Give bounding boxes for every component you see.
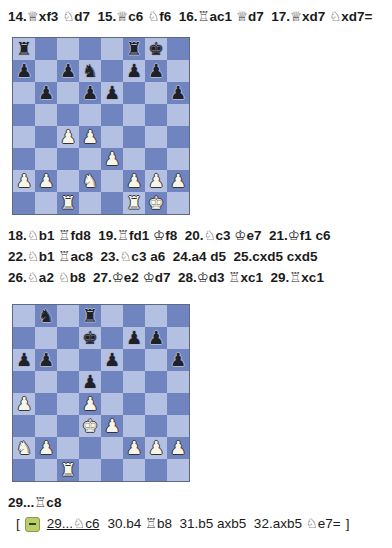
square-b1 xyxy=(35,192,57,214)
bracket-open: [ xyxy=(16,513,20,535)
square-f6 xyxy=(123,349,145,371)
square-g1: ♚ xyxy=(145,192,167,214)
square-f8: ♜ xyxy=(123,38,145,60)
white-pawn: ♟ xyxy=(104,417,120,435)
square-g3 xyxy=(145,415,167,437)
square-d6: ♟ xyxy=(79,82,101,104)
square-e8 xyxy=(101,305,123,327)
black-pawn: ♟ xyxy=(170,351,186,369)
square-c4 xyxy=(57,393,79,415)
square-c8 xyxy=(57,38,79,60)
square-g4 xyxy=(145,393,167,415)
moves-block-middle: 18.♘b1 ♖fd8 19.♖fd1 ♔f8 20.♘c3 ♔e7 21.♔f… xyxy=(8,225,386,288)
moves-line-top[interactable]: 14.♕xf3 ♘d7 15.♕c6 ♘f6 16.♖ac1 ♕d7 17.♕x… xyxy=(8,6,386,27)
square-d3: ♚ xyxy=(79,415,101,437)
square-h8 xyxy=(167,305,189,327)
square-b5 xyxy=(35,371,57,393)
square-e7 xyxy=(101,60,123,82)
square-a5 xyxy=(13,104,35,126)
square-b2: ♟ xyxy=(35,170,57,192)
square-g8: ♚ xyxy=(145,38,167,60)
equal-eval-icon[interactable] xyxy=(25,517,40,532)
square-a1 xyxy=(13,459,35,481)
square-a3 xyxy=(13,148,35,170)
white-knight: ♞ xyxy=(16,439,32,457)
square-b6: ♟ xyxy=(35,349,57,371)
square-h2: ♟ xyxy=(167,170,189,192)
square-c8 xyxy=(57,305,79,327)
square-f2: ♟ xyxy=(123,170,145,192)
chess-board-2: ♞♜♚♟♟♟♟♟♟♟♟♟♚♟♞♟♟♟♟♜ xyxy=(12,304,190,482)
square-d3 xyxy=(79,148,101,170)
square-f3 xyxy=(123,148,145,170)
square-e6: ♟ xyxy=(101,82,123,104)
square-g6 xyxy=(145,349,167,371)
square-e8 xyxy=(101,38,123,60)
square-e6: ♟ xyxy=(101,349,123,371)
square-b8: ♞ xyxy=(35,305,57,327)
white-pawn: ♟ xyxy=(38,172,54,190)
square-d8 xyxy=(79,38,101,60)
square-h7 xyxy=(167,327,189,349)
variation-link[interactable]: 29...♘c6 xyxy=(47,513,100,535)
notation-page: 14.♕xf3 ♘d7 15.♕c6 ♘f6 16.♖ac1 ♕d7 17.♕x… xyxy=(0,0,392,535)
square-c3 xyxy=(57,148,79,170)
black-king: ♚ xyxy=(148,40,164,58)
square-d6 xyxy=(79,349,101,371)
variation-moves[interactable]: 30.b4 ♖b8 31.b5 axb5 32.axb5 ♘e7= xyxy=(107,513,340,535)
square-h6: ♟ xyxy=(167,82,189,104)
white-pawn: ♟ xyxy=(126,172,142,190)
square-f7: ♟ xyxy=(123,60,145,82)
square-e5 xyxy=(101,104,123,126)
square-f5 xyxy=(123,104,145,126)
square-h3 xyxy=(167,415,189,437)
square-e2 xyxy=(101,437,123,459)
square-d1 xyxy=(79,192,101,214)
square-h7 xyxy=(167,60,189,82)
white-pawn: ♟ xyxy=(170,439,186,457)
square-c3 xyxy=(57,415,79,437)
square-e7 xyxy=(101,327,123,349)
white-pawn: ♟ xyxy=(82,395,98,413)
square-c1: ♜ xyxy=(57,459,79,481)
black-pawn: ♟ xyxy=(60,62,76,80)
square-f7: ♟ xyxy=(123,327,145,349)
square-c5 xyxy=(57,371,79,393)
square-d7: ♚ xyxy=(79,327,101,349)
black-pawn: ♟ xyxy=(16,351,32,369)
square-b1 xyxy=(35,459,57,481)
square-a6: ♟ xyxy=(13,349,35,371)
square-b5 xyxy=(35,104,57,126)
square-e3: ♟ xyxy=(101,148,123,170)
square-h2: ♟ xyxy=(167,437,189,459)
black-pawn: ♟ xyxy=(148,329,164,347)
black-knight: ♞ xyxy=(82,62,98,80)
moves-line-29-black[interactable]: 29...♖c8 xyxy=(8,492,386,513)
square-b3 xyxy=(35,148,57,170)
minus-glyph xyxy=(29,523,36,525)
square-c6 xyxy=(57,82,79,104)
square-g5 xyxy=(145,371,167,393)
moves-line-18-21[interactable]: 18.♘b1 ♖fd8 19.♖fd1 ♔f8 20.♘c3 ♔e7 21.♔f… xyxy=(8,225,386,246)
square-a8: ♜ xyxy=(13,38,35,60)
square-h1 xyxy=(167,192,189,214)
white-king: ♚ xyxy=(148,194,164,212)
white-rook: ♜ xyxy=(60,194,76,212)
bracket-close: ] xyxy=(346,513,350,535)
white-knight: ♞ xyxy=(82,172,98,190)
square-e3: ♟ xyxy=(101,415,123,437)
square-h4 xyxy=(167,126,189,148)
chess-board-1: ♜♜♚♟♟♞♟♟♟♟♟♟♟♟♟♟♟♞♟♟♟♜♜♚ xyxy=(12,37,190,215)
square-h5 xyxy=(167,104,189,126)
square-f5 xyxy=(123,371,145,393)
square-b7 xyxy=(35,60,57,82)
square-d2 xyxy=(79,437,101,459)
black-pawn: ♟ xyxy=(170,84,186,102)
square-f1 xyxy=(123,459,145,481)
square-b3 xyxy=(35,415,57,437)
square-a1 xyxy=(13,192,35,214)
square-b8 xyxy=(35,38,57,60)
square-c2 xyxy=(57,170,79,192)
moves-line-26-29[interactable]: 26.♘a2 ♘b8 27.♔e2 ♔d7 28.♔d3 ♖xc1 29.♖xc… xyxy=(8,267,386,288)
square-f2: ♟ xyxy=(123,437,145,459)
square-a7: ♟ xyxy=(13,60,35,82)
square-e1 xyxy=(101,192,123,214)
square-d5 xyxy=(79,104,101,126)
white-pawn: ♟ xyxy=(38,439,54,457)
square-a5 xyxy=(13,371,35,393)
square-c7: ♟ xyxy=(57,60,79,82)
white-pawn: ♟ xyxy=(60,128,76,146)
black-pawn: ♟ xyxy=(82,373,98,391)
square-h4 xyxy=(167,393,189,415)
square-h1 xyxy=(167,459,189,481)
square-d1 xyxy=(79,459,101,481)
square-g7: ♟ xyxy=(145,60,167,82)
square-h6: ♟ xyxy=(167,349,189,371)
square-a7 xyxy=(13,327,35,349)
black-rook: ♜ xyxy=(126,40,142,58)
black-pawn: ♟ xyxy=(126,329,142,347)
square-g2: ♟ xyxy=(145,170,167,192)
square-g6 xyxy=(145,82,167,104)
square-c2 xyxy=(57,437,79,459)
square-d5: ♟ xyxy=(79,371,101,393)
white-pawn: ♟ xyxy=(16,395,32,413)
square-e4 xyxy=(101,393,123,415)
white-pawn: ♟ xyxy=(170,172,186,190)
square-e4 xyxy=(101,126,123,148)
square-h5 xyxy=(167,371,189,393)
square-f4 xyxy=(123,126,145,148)
white-pawn: ♟ xyxy=(16,172,32,190)
white-pawn: ♟ xyxy=(126,439,142,457)
square-d4: ♟ xyxy=(79,393,101,415)
square-g8 xyxy=(145,305,167,327)
square-d7: ♞ xyxy=(79,60,101,82)
white-pawn: ♟ xyxy=(148,172,164,190)
square-g2: ♟ xyxy=(145,437,167,459)
black-pawn: ♟ xyxy=(148,62,164,80)
white-pawn: ♟ xyxy=(148,439,164,457)
square-h8 xyxy=(167,38,189,60)
square-b2: ♟ xyxy=(35,437,57,459)
square-g5 xyxy=(145,104,167,126)
square-a8 xyxy=(13,305,35,327)
square-e1 xyxy=(101,459,123,481)
black-pawn: ♟ xyxy=(82,84,98,102)
square-g1 xyxy=(145,459,167,481)
black-pawn: ♟ xyxy=(38,351,54,369)
white-king: ♚ xyxy=(82,417,98,435)
white-rook: ♜ xyxy=(60,461,76,479)
square-g4 xyxy=(145,126,167,148)
square-a4 xyxy=(13,126,35,148)
square-b6: ♟ xyxy=(35,82,57,104)
square-a2: ♞ xyxy=(13,437,35,459)
square-c1: ♜ xyxy=(57,192,79,214)
square-e2 xyxy=(101,170,123,192)
square-a6 xyxy=(13,82,35,104)
square-c5 xyxy=(57,104,79,126)
square-f3 xyxy=(123,415,145,437)
square-c4: ♟ xyxy=(57,126,79,148)
square-b4 xyxy=(35,126,57,148)
variation-line: [ 29...♘c6 30.b4 ♖b8 31.b5 axb5 32.axb5 … xyxy=(8,513,386,535)
square-c6 xyxy=(57,349,79,371)
black-knight: ♞ xyxy=(38,307,54,325)
moves-line-22-25[interactable]: 22.♘b1 ♖ac8 23.♘c3 a6 24.a4 d5 25.cxd5 c… xyxy=(8,246,386,267)
black-pawn: ♟ xyxy=(38,84,54,102)
square-d4: ♟ xyxy=(79,126,101,148)
black-pawn: ♟ xyxy=(16,62,32,80)
square-g3 xyxy=(145,148,167,170)
square-f1: ♜ xyxy=(123,192,145,214)
square-h3 xyxy=(167,148,189,170)
square-a2: ♟ xyxy=(13,170,35,192)
square-b4 xyxy=(35,393,57,415)
black-king: ♚ xyxy=(82,329,98,347)
square-e5 xyxy=(101,371,123,393)
white-pawn: ♟ xyxy=(104,150,120,168)
black-pawn: ♟ xyxy=(104,84,120,102)
square-d8: ♜ xyxy=(79,305,101,327)
square-d2: ♞ xyxy=(79,170,101,192)
white-rook: ♜ xyxy=(126,194,142,212)
square-f4 xyxy=(123,393,145,415)
white-pawn: ♟ xyxy=(82,128,98,146)
black-rook: ♜ xyxy=(16,40,32,58)
square-g7: ♟ xyxy=(145,327,167,349)
square-f6 xyxy=(123,82,145,104)
black-pawn: ♟ xyxy=(126,62,142,80)
square-b7 xyxy=(35,327,57,349)
square-a3 xyxy=(13,415,35,437)
black-rook: ♜ xyxy=(82,307,98,325)
black-pawn: ♟ xyxy=(104,351,120,369)
square-a4: ♟ xyxy=(13,393,35,415)
square-c7 xyxy=(57,327,79,349)
square-f8 xyxy=(123,305,145,327)
